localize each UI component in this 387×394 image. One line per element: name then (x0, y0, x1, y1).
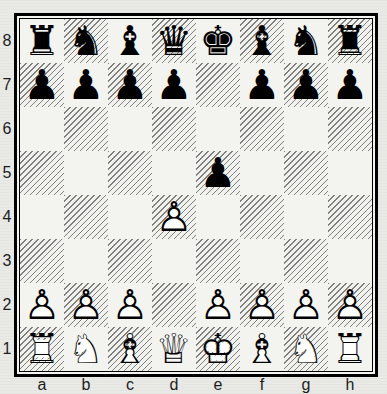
piece-black-pawn-icon: ♟ (284, 63, 328, 107)
piece-white-bishop-icon: ♗ (108, 327, 152, 371)
piece-black-pawn-icon: ♟ (64, 63, 108, 107)
white-knight-fill: ♞ (64, 327, 108, 371)
square-g5[interactable] (284, 151, 328, 195)
square-c3[interactable] (108, 239, 152, 283)
square-d6[interactable] (152, 107, 196, 151)
square-g3[interactable] (284, 239, 328, 283)
piece-black-pawn-icon: ♟ (196, 151, 240, 195)
square-g2[interactable]: ♟♙ (284, 283, 328, 327)
rank-label-4: 4 (0, 195, 14, 239)
square-b4[interactable] (64, 195, 108, 239)
white-pawn-fill: ♟ (284, 283, 328, 327)
white-pawn-fill: ♟ (20, 283, 64, 327)
square-g4[interactable] (284, 195, 328, 239)
white-knight-fill: ♞ (284, 327, 328, 371)
piece-black-pawn-icon: ♟ (328, 63, 372, 107)
square-a6[interactable] (20, 107, 64, 151)
piece-white-rook-icon: ♖ (20, 327, 64, 371)
square-d8[interactable]: ♛ (152, 19, 196, 63)
white-pawn-fill: ♟ (108, 283, 152, 327)
square-h8[interactable]: ♜ (328, 19, 372, 63)
square-b8[interactable]: ♞ (64, 19, 108, 63)
board-grid: ♜♞♝♛♚♝♞♜♟♟♟♟♟♟♟♟♟♙♟♙♟♙♟♙♟♙♟♙♟♙♟♙♜♖♞♘♝♗♛♕… (19, 18, 373, 372)
square-f5[interactable] (240, 151, 284, 195)
piece-white-pawn-icon: ♙ (64, 283, 108, 327)
square-b5[interactable] (64, 151, 108, 195)
rank-label-2: 2 (0, 283, 14, 327)
piece-white-bishop-icon: ♗ (240, 327, 284, 371)
square-b6[interactable] (64, 107, 108, 151)
square-a5[interactable] (20, 151, 64, 195)
chess-board: ♜♞♝♛♚♝♞♜♟♟♟♟♟♟♟♟♟♙♟♙♟♙♟♙♟♙♟♙♟♙♟♙♜♖♞♘♝♗♛♕… (14, 13, 378, 377)
piece-white-king-icon: ♔ (196, 327, 240, 371)
square-h2[interactable]: ♟♙ (328, 283, 372, 327)
square-e5[interactable]: ♟ (196, 151, 240, 195)
square-a3[interactable] (20, 239, 64, 283)
piece-white-pawn-icon: ♙ (284, 283, 328, 327)
piece-white-knight-icon: ♘ (64, 327, 108, 371)
file-label-c: c (108, 377, 152, 393)
square-b1[interactable]: ♞♘ (64, 327, 108, 371)
square-g6[interactable] (284, 107, 328, 151)
square-f7[interactable]: ♟ (240, 63, 284, 107)
square-d3[interactable] (152, 239, 196, 283)
white-king-fill: ♚ (196, 327, 240, 371)
white-bishop-fill: ♝ (240, 327, 284, 371)
square-d5[interactable] (152, 151, 196, 195)
file-label-g: g (284, 377, 328, 393)
rank-label-6: 6 (0, 107, 14, 151)
white-pawn-fill: ♟ (196, 283, 240, 327)
square-d4[interactable]: ♟♙ (152, 195, 196, 239)
square-e1[interactable]: ♚♔ (196, 327, 240, 371)
square-a8[interactable]: ♜ (20, 19, 64, 63)
piece-white-knight-icon: ♘ (284, 327, 328, 371)
piece-white-pawn-icon: ♙ (328, 283, 372, 327)
piece-white-pawn-icon: ♙ (108, 283, 152, 327)
white-pawn-fill: ♟ (152, 195, 196, 239)
file-label-e: e (196, 377, 240, 393)
square-h7[interactable]: ♟ (328, 63, 372, 107)
square-g7[interactable]: ♟ (284, 63, 328, 107)
piece-white-pawn-icon: ♙ (152, 195, 196, 239)
square-f3[interactable] (240, 239, 284, 283)
square-h3[interactable] (328, 239, 372, 283)
piece-black-pawn-icon: ♟ (108, 63, 152, 107)
square-e8[interactable]: ♚ (196, 19, 240, 63)
rank-label-8: 8 (0, 19, 14, 63)
piece-black-pawn-icon: ♟ (152, 63, 196, 107)
file-label-h: h (328, 377, 372, 393)
white-rook-fill: ♜ (20, 327, 64, 371)
piece-black-knight-icon: ♞ (64, 19, 108, 63)
square-c6[interactable] (108, 107, 152, 151)
square-e3[interactable] (196, 239, 240, 283)
piece-white-rook-icon: ♖ (328, 327, 372, 371)
square-f1[interactable]: ♝♗ (240, 327, 284, 371)
square-c2[interactable]: ♟♙ (108, 283, 152, 327)
white-pawn-fill: ♟ (64, 283, 108, 327)
square-d2[interactable] (152, 283, 196, 327)
white-rook-fill: ♜ (328, 327, 372, 371)
square-b2[interactable]: ♟♙ (64, 283, 108, 327)
square-c5[interactable] (108, 151, 152, 195)
square-b7[interactable]: ♟ (64, 63, 108, 107)
square-f6[interactable] (240, 107, 284, 151)
piece-black-king-icon: ♚ (196, 19, 240, 63)
square-a7[interactable]: ♟ (20, 63, 64, 107)
piece-black-rook-icon: ♜ (328, 19, 372, 63)
square-c8[interactable]: ♝ (108, 19, 152, 63)
piece-black-knight-icon: ♞ (284, 19, 328, 63)
square-d1[interactable]: ♛♕ (152, 327, 196, 371)
square-h1[interactable]: ♜♖ (328, 327, 372, 371)
file-label-d: d (152, 377, 196, 393)
piece-black-pawn-icon: ♟ (240, 63, 284, 107)
rank-label-5: 5 (0, 151, 14, 195)
piece-black-bishop-icon: ♝ (108, 19, 152, 63)
square-e7[interactable] (196, 63, 240, 107)
square-a4[interactable] (20, 195, 64, 239)
piece-black-queen-icon: ♛ (152, 19, 196, 63)
rank-label-3: 3 (0, 239, 14, 283)
square-h6[interactable] (328, 107, 372, 151)
square-g8[interactable]: ♞ (284, 19, 328, 63)
piece-black-pawn-icon: ♟ (20, 63, 64, 107)
piece-white-pawn-icon: ♙ (196, 283, 240, 327)
file-label-b: b (64, 377, 108, 393)
square-f8[interactable]: ♝ (240, 19, 284, 63)
white-queen-fill: ♛ (152, 327, 196, 371)
piece-white-pawn-icon: ♙ (20, 283, 64, 327)
square-g1[interactable]: ♞♘ (284, 327, 328, 371)
square-f2[interactable]: ♟♙ (240, 283, 284, 327)
square-e6[interactable] (196, 107, 240, 151)
square-e2[interactable]: ♟♙ (196, 283, 240, 327)
rank-label-1: 1 (0, 327, 14, 371)
white-bishop-fill: ♝ (108, 327, 152, 371)
file-label-a: a (20, 377, 64, 393)
square-c4[interactable] (108, 195, 152, 239)
square-d7[interactable]: ♟ (152, 63, 196, 107)
file-label-f: f (240, 377, 284, 393)
piece-white-pawn-icon: ♙ (240, 283, 284, 327)
white-pawn-fill: ♟ (240, 283, 284, 327)
chess-diagram: ♜♞♝♛♚♝♞♜♟♟♟♟♟♟♟♟♟♙♟♙♟♙♟♙♟♙♟♙♟♙♟♙♜♖♞♘♝♗♛♕… (0, 0, 387, 394)
rank-label-7: 7 (0, 63, 14, 107)
square-h4[interactable] (328, 195, 372, 239)
square-a1[interactable]: ♜♖ (20, 327, 64, 371)
white-pawn-fill: ♟ (328, 283, 372, 327)
square-b3[interactable] (64, 239, 108, 283)
piece-black-rook-icon: ♜ (20, 19, 64, 63)
square-a2[interactable]: ♟♙ (20, 283, 64, 327)
square-h5[interactable] (328, 151, 372, 195)
square-e4[interactable] (196, 195, 240, 239)
square-f4[interactable] (240, 195, 284, 239)
square-c1[interactable]: ♝♗ (108, 327, 152, 371)
square-c7[interactable]: ♟ (108, 63, 152, 107)
piece-black-bishop-icon: ♝ (240, 19, 284, 63)
piece-white-queen-icon: ♕ (152, 327, 196, 371)
